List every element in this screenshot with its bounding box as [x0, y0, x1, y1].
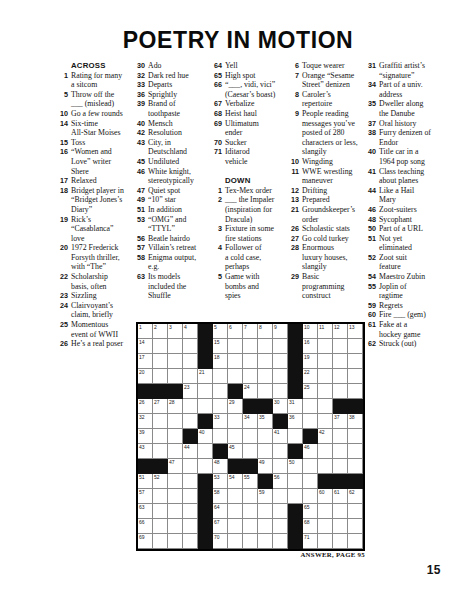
black-cell-r4c11 — [288, 369, 303, 384]
cell-r10c12[interactable] — [303, 459, 318, 474]
cell-r2c12[interactable]: 16 — [303, 339, 318, 354]
clue-text: Wingding — [302, 157, 361, 167]
clue-text: Title car in a 1964 pop song — [379, 147, 438, 166]
cell-r6c6[interactable] — [213, 399, 228, 414]
cell-r4c6[interactable] — [213, 369, 228, 384]
cell-r13c3[interactable] — [168, 504, 183, 519]
cell-r15c9[interactable] — [258, 534, 273, 549]
black-cell-r9c11 — [288, 444, 303, 459]
clue-across-42: 42Resolution — [132, 128, 207, 138]
cell-r14c10[interactable] — [273, 519, 288, 534]
clue-number: 53 — [132, 215, 148, 234]
cell-r7c14[interactable]: 37 — [333, 414, 348, 429]
cell-r11c11[interactable] — [288, 474, 303, 489]
black-cell-r11c15 — [348, 474, 363, 489]
cell-number: 58 — [214, 489, 220, 495]
cell-r3c1[interactable]: 17 — [138, 354, 153, 369]
cell-r11c2[interactable]: 52 — [153, 474, 168, 489]
cell-r7c9[interactable]: 35 — [258, 414, 273, 429]
clue-across-66: 66“___, vidi, vici” (Caesar’s boast) — [209, 80, 284, 99]
cell-r1c3[interactable]: 3 — [168, 324, 183, 339]
cell-number: 5 — [214, 324, 217, 330]
cell-number: 47 — [169, 459, 175, 465]
clue-text: Departs — [148, 80, 207, 90]
cell-number: 63 — [139, 504, 145, 510]
cell-r14c14[interactable] — [333, 519, 348, 534]
cell-r4c10[interactable] — [273, 369, 288, 384]
cell-r9c1[interactable]: 43 — [138, 444, 153, 459]
cell-r13c13[interactable] — [318, 504, 333, 519]
cell-r3c7[interactable] — [228, 354, 243, 369]
cell-r4c4[interactable] — [183, 369, 198, 384]
clue-down-41: 41Class teaching about planes — [363, 167, 438, 186]
cell-r7c15[interactable]: 38 — [348, 414, 363, 429]
clue-number: 16 — [55, 147, 71, 176]
cell-r10c4[interactable] — [183, 459, 198, 474]
clue-text: Rick’s “Casablanca” love — [71, 215, 130, 244]
cell-number: 62 — [349, 489, 355, 495]
cell-r5c10[interactable] — [273, 384, 288, 399]
clue-down-1: 1Tex-Mex order — [209, 186, 284, 196]
cell-r9c14[interactable] — [333, 444, 348, 459]
cell-r15c10[interactable] — [273, 534, 288, 549]
clue-across-22: 22Scholarship basis, often — [55, 272, 130, 291]
cell-r12c2[interactable] — [153, 489, 168, 504]
cell-r13c6[interactable]: 64 — [213, 504, 228, 519]
clue-text: White knight, stereotypically — [148, 167, 207, 186]
cell-r15c3[interactable] — [168, 534, 183, 549]
cell-r11c6[interactable]: 53 — [213, 474, 228, 489]
cell-r6c10[interactable]: 30 — [273, 399, 288, 414]
cell-r2c4[interactable] — [183, 339, 198, 354]
black-cell-r11c9 — [258, 474, 273, 489]
clue-number: 67 — [209, 99, 225, 109]
cell-r6c7[interactable]: 29 — [228, 399, 243, 414]
cell-r13c9[interactable] — [258, 504, 273, 519]
clue-number: 13 — [286, 195, 302, 205]
cell-number: 17 — [139, 354, 145, 360]
clue-text: Graffiti artist’s “signature” — [379, 61, 438, 80]
clue-text: Ultimatum ender — [225, 119, 284, 138]
clue-number: 24 — [55, 301, 71, 320]
cell-r14c9[interactable] — [258, 519, 273, 534]
cell-r13c15[interactable] — [348, 504, 363, 519]
cell-r14c13[interactable] — [318, 519, 333, 534]
cell-r9c13[interactable] — [318, 444, 333, 459]
cell-r3c10[interactable] — [273, 354, 288, 369]
cell-r10c14[interactable] — [333, 459, 348, 474]
cell-r10c3[interactable]: 47 — [168, 459, 183, 474]
black-cell-r8c12 — [303, 429, 318, 444]
black-cell-r15c5 — [198, 534, 213, 549]
cell-number: 38 — [349, 414, 355, 420]
cell-r13c7[interactable] — [228, 504, 243, 519]
cell-r11c1[interactable]: 51 — [138, 474, 153, 489]
cell-r15c13[interactable] — [318, 534, 333, 549]
cell-number: 4 — [184, 324, 187, 330]
cell-r2c8[interactable] — [243, 339, 258, 354]
clue-number: 6 — [286, 61, 302, 71]
cell-number: 46 — [304, 444, 310, 450]
clue-down-34: 34Part of a univ. address — [363, 80, 438, 99]
cell-r7c4[interactable] — [183, 414, 198, 429]
clue-across-36: 36Sprightly — [132, 90, 207, 100]
cell-r3c8[interactable] — [243, 354, 258, 369]
cell-number: 59 — [259, 489, 265, 495]
cell-r6c13[interactable] — [318, 399, 333, 414]
cell-r1c2[interactable]: 2 — [153, 324, 168, 339]
clue-across-46: 46White knight, stereotypically — [132, 167, 207, 186]
cell-r5c8[interactable]: 24 — [243, 384, 258, 399]
cell-r10c6[interactable]: 48 — [213, 459, 228, 474]
clue-text: Maestro Zubin — [379, 272, 438, 282]
clue-down-40: 40Title car in a 1964 pop song — [363, 147, 438, 166]
cell-r9c2[interactable] — [153, 444, 168, 459]
clue-across-58: 58Enigma output, e.g. — [132, 253, 207, 272]
cell-r8c10[interactable]: 41 — [273, 429, 288, 444]
cell-r13c14[interactable] — [333, 504, 348, 519]
black-cell-r13c11 — [288, 504, 303, 519]
cell-r2c6[interactable]: 15 — [213, 339, 228, 354]
cell-r2c13[interactable] — [318, 339, 333, 354]
cell-r6c3[interactable]: 28 — [168, 399, 183, 414]
cell-r5c6[interactable] — [213, 384, 228, 399]
cell-r5c14[interactable] — [333, 384, 348, 399]
clue-across-24: 24Clairvoyant’s claim, briefly — [55, 301, 130, 320]
cell-r2c3[interactable] — [168, 339, 183, 354]
cell-r8c2[interactable] — [153, 429, 168, 444]
clue-number: 46 — [363, 205, 379, 215]
cell-r6c11[interactable]: 31 — [288, 399, 303, 414]
clue-down-29: 29Basic programming construct — [286, 272, 361, 301]
cell-r14c2[interactable] — [153, 519, 168, 534]
cell-r11c12[interactable] — [303, 474, 318, 489]
clue-number: 19 — [55, 215, 71, 244]
cell-r12c8[interactable] — [243, 489, 258, 504]
clue-down-28: 28Enormous luxury houses, slangily — [286, 243, 361, 272]
clue-text: Toque wearer — [302, 61, 361, 71]
cell-r3c3[interactable] — [168, 354, 183, 369]
cell-r3c6[interactable]: 18 — [213, 354, 228, 369]
cell-r9c7[interactable]: 45 — [228, 444, 243, 459]
cell-r7c8[interactable]: 34 — [243, 414, 258, 429]
cell-r10c15[interactable] — [348, 459, 363, 474]
clue-text: Heist haul — [225, 109, 284, 119]
clue-down-9: 9People reading messages you’ve posted o… — [286, 109, 361, 157]
cell-r1c7[interactable]: 6 — [228, 324, 243, 339]
cell-r12c14[interactable]: 61 — [333, 489, 348, 504]
cell-r15c15[interactable] — [348, 534, 363, 549]
cell-r9c15[interactable] — [348, 444, 363, 459]
cell-r2c10[interactable] — [273, 339, 288, 354]
cell-r2c14[interactable] — [333, 339, 348, 354]
cell-r8c11[interactable] — [288, 429, 303, 444]
cell-r2c2[interactable] — [153, 339, 168, 354]
clue-text: Zoot suit feature — [379, 253, 438, 272]
clue-text: People reading messages you’ve posted of… — [302, 109, 361, 157]
cell-r4c1[interactable]: 20 — [138, 369, 153, 384]
answer-note: ANSWER, PAGE 95 — [136, 551, 365, 558]
clue-down-51: 51Not yet eliminated — [363, 234, 438, 253]
cell-r11c7[interactable]: 54 — [228, 474, 243, 489]
cell-r8c13[interactable]: 42 — [318, 429, 333, 444]
cell-r11c4[interactable] — [183, 474, 198, 489]
cell-number: 57 — [139, 489, 145, 495]
cell-r12c11[interactable] — [288, 489, 303, 504]
clue-number: 32 — [132, 71, 148, 81]
cell-r8c1[interactable]: 39 — [138, 429, 153, 444]
cell-r14c8[interactable] — [243, 519, 258, 534]
page-number: 15 — [427, 563, 441, 577]
clue-number: 8 — [286, 90, 302, 109]
cell-r2c9[interactable] — [258, 339, 273, 354]
cell-r4c13[interactable] — [318, 369, 333, 384]
cell-r7c12[interactable] — [303, 414, 318, 429]
cell-number: 61 — [334, 489, 340, 495]
cell-r10c9[interactable]: 49 — [258, 459, 273, 474]
cell-r1c9[interactable]: 8 — [258, 324, 273, 339]
cell-number: 41 — [274, 429, 280, 435]
cell-r13c4[interactable] — [183, 504, 198, 519]
cell-r4c2[interactable] — [153, 369, 168, 384]
cell-r3c4[interactable] — [183, 354, 198, 369]
black-cell-r10c7 — [228, 459, 243, 474]
cell-r9c3[interactable] — [168, 444, 183, 459]
cell-r5c9[interactable] — [258, 384, 273, 399]
cell-number: 53 — [214, 474, 220, 480]
cell-r13c8[interactable] — [243, 504, 258, 519]
cell-number: 24 — [244, 384, 250, 390]
clue-number: 42 — [132, 128, 148, 138]
cell-r14c15[interactable] — [348, 519, 363, 534]
cell-r15c6[interactable]: 70 — [213, 534, 228, 549]
clue-text: Its models included the Shuffle — [148, 272, 207, 301]
cell-r11c8[interactable]: 55 — [243, 474, 258, 489]
cell-r15c2[interactable] — [153, 534, 168, 549]
cell-number: 10 — [304, 324, 310, 330]
cell-r8c3[interactable] — [168, 429, 183, 444]
cell-r14c3[interactable] — [168, 519, 183, 534]
cell-r3c13[interactable] — [318, 354, 333, 369]
clue-text: Fake at a hockey game — [379, 320, 438, 339]
cell-r6c12[interactable] — [303, 399, 318, 414]
cell-number: 7 — [244, 324, 247, 330]
clue-number: 30 — [132, 61, 148, 71]
black-cell-r15c11 — [288, 534, 303, 549]
cell-r14c4[interactable] — [183, 519, 198, 534]
cell-r5c4[interactable]: 23 — [183, 384, 198, 399]
cell-r7c7[interactable] — [228, 414, 243, 429]
black-cell-r10c8 — [243, 459, 258, 474]
black-cell-r5c2 — [153, 384, 168, 399]
clue-text: Follower of a cold case, perhaps — [225, 243, 284, 272]
cell-r6c4[interactable] — [183, 399, 198, 414]
cell-r10c5[interactable] — [198, 459, 213, 474]
cell-r8c8[interactable] — [243, 429, 258, 444]
cell-r12c9[interactable]: 59 — [258, 489, 273, 504]
cell-r12c15[interactable]: 62 — [348, 489, 363, 504]
cell-r15c1[interactable]: 69 — [138, 534, 153, 549]
cell-r13c1[interactable]: 63 — [138, 504, 153, 519]
cell-r14c12[interactable]: 68 — [303, 519, 318, 534]
clue-text: Dweller along the Danube — [379, 99, 438, 118]
cell-r7c3[interactable] — [168, 414, 183, 429]
cell-r1c13[interactable]: 11 — [318, 324, 333, 339]
cell-r7c6[interactable]: 33 — [213, 414, 228, 429]
cell-r3c14[interactable] — [333, 354, 348, 369]
cell-r15c12[interactable]: 71 — [303, 534, 318, 549]
cell-r3c15[interactable] — [348, 354, 363, 369]
clue-number: 5 — [55, 90, 71, 109]
cell-r6c5[interactable] — [198, 399, 213, 414]
black-cell-r2c5 — [198, 339, 213, 354]
cell-r12c6[interactable]: 58 — [213, 489, 228, 504]
cell-r5c13[interactable] — [318, 384, 333, 399]
cell-r3c9[interactable] — [258, 354, 273, 369]
cell-r8c14[interactable] — [333, 429, 348, 444]
cell-r9c9[interactable] — [258, 444, 273, 459]
cell-r15c4[interactable] — [183, 534, 198, 549]
black-cell-r9c6 — [213, 444, 228, 459]
cell-r8c7[interactable] — [228, 429, 243, 444]
clue-down-13: 13Prepared — [286, 195, 361, 205]
cell-r2c15[interactable] — [348, 339, 363, 354]
cell-r1c14[interactable]: 12 — [333, 324, 348, 339]
clue-text: Verbalize — [225, 99, 284, 109]
cell-r12c3[interactable] — [168, 489, 183, 504]
cell-r7c1[interactable]: 32 — [138, 414, 153, 429]
cell-r4c5[interactable]: 21 — [198, 369, 213, 384]
cell-number: 66 — [139, 519, 145, 525]
cell-r8c6[interactable] — [213, 429, 228, 444]
cell-r12c12[interactable] — [303, 489, 318, 504]
cell-r2c7[interactable] — [228, 339, 243, 354]
cell-r8c9[interactable] — [258, 429, 273, 444]
cell-r13c10[interactable] — [273, 504, 288, 519]
cell-r3c2[interactable] — [153, 354, 168, 369]
cell-number: 70 — [214, 534, 220, 540]
cell-r12c7[interactable] — [228, 489, 243, 504]
cell-r8c5[interactable]: 40 — [198, 429, 213, 444]
cell-r4c3[interactable] — [168, 369, 183, 384]
clue-across-17: 17Relaxed — [55, 176, 130, 186]
cell-r14c1[interactable]: 66 — [138, 519, 153, 534]
cell-r4c7[interactable] — [228, 369, 243, 384]
crossword-page: { "game": "crossword", "title": "POETRY … — [0, 0, 476, 595]
cell-r9c12[interactable]: 46 — [303, 444, 318, 459]
clue-number: 11 — [286, 167, 302, 186]
cell-r1c12[interactable]: 10 — [303, 324, 318, 339]
cell-r1c15[interactable]: 13 — [348, 324, 363, 339]
cell-r9c4[interactable]: 44 — [183, 444, 198, 459]
cell-r11c10[interactable]: 56 — [273, 474, 288, 489]
clue-number: 40 — [363, 147, 379, 166]
cell-r14c6[interactable]: 67 — [213, 519, 228, 534]
cell-r7c13[interactable] — [318, 414, 333, 429]
cell-r10c11[interactable]: 50 — [288, 459, 303, 474]
cell-r9c8[interactable] — [243, 444, 258, 459]
cell-r1c6[interactable]: 5 — [213, 324, 228, 339]
cell-r15c14[interactable] — [333, 534, 348, 549]
black-cell-r6c9 — [258, 399, 273, 414]
clue-text: Rating for many a sitcom — [71, 71, 130, 90]
cell-r4c15[interactable] — [348, 369, 363, 384]
black-cell-r3c5 — [198, 354, 213, 369]
cell-r8c15[interactable] — [348, 429, 363, 444]
cell-r9c10[interactable] — [273, 444, 288, 459]
cell-r2c1[interactable]: 14 — [138, 339, 153, 354]
clue-down-54: 54Maestro Zubin — [363, 272, 438, 282]
clue-text: Orange “Sesame Street” denizen — [302, 71, 361, 90]
cell-r12c13[interactable]: 60 — [318, 489, 333, 504]
cell-r12c4[interactable] — [183, 489, 198, 504]
cell-number: 49 — [259, 459, 265, 465]
clue-across-57: 57Villain’s retreat — [132, 243, 207, 253]
cell-r10c10[interactable] — [273, 459, 288, 474]
cell-r15c7[interactable] — [228, 534, 243, 549]
black-cell-r11c13 — [318, 474, 333, 489]
clue-across-49: 49“10” star — [132, 195, 207, 205]
cell-r1c10[interactable]: 9 — [273, 324, 288, 339]
clue-number: 34 — [363, 80, 379, 99]
cell-r6c1[interactable]: 26 — [138, 399, 153, 414]
clue-number: 62 — [363, 339, 379, 349]
cell-number: 69 — [139, 534, 145, 540]
cell-r12c10[interactable] — [273, 489, 288, 504]
cell-number: 52 — [154, 474, 160, 480]
cell-r1c8[interactable]: 7 — [243, 324, 258, 339]
clue-down-37: 37Oral history — [363, 119, 438, 129]
cell-r5c15[interactable] — [348, 384, 363, 399]
cell-r10c13[interactable] — [318, 459, 333, 474]
cell-r4c8[interactable] — [243, 369, 258, 384]
clue-across-47: 47Quiet spot — [132, 186, 207, 196]
cell-r3c12[interactable]: 19 — [303, 354, 318, 369]
cell-number: 13 — [349, 324, 355, 330]
cell-r4c9[interactable] — [258, 369, 273, 384]
cell-number: 12 — [334, 324, 340, 330]
cell-r13c2[interactable] — [153, 504, 168, 519]
cell-r4c12[interactable]: 22 — [303, 369, 318, 384]
cell-r1c4[interactable]: 4 — [183, 324, 198, 339]
cell-r1c1[interactable]: 1 — [138, 324, 153, 339]
clue-number: 49 — [132, 195, 148, 205]
cell-r6c2[interactable]: 27 — [153, 399, 168, 414]
black-cell-r5c7 — [228, 384, 243, 399]
clue-text: Class teaching about planes — [379, 167, 438, 186]
cell-r5c5[interactable] — [198, 384, 213, 399]
clue-number: 58 — [132, 253, 148, 272]
cell-number: 29 — [229, 399, 235, 405]
cell-r12c1[interactable]: 57 — [138, 489, 153, 504]
clue-text: 1972 Frederick Forsyth thriller, with “T… — [71, 243, 130, 272]
cell-r7c11[interactable]: 36 — [288, 414, 303, 429]
cell-r5c12[interactable]: 25 — [303, 384, 318, 399]
cell-r11c3[interactable] — [168, 474, 183, 489]
cell-r13c12[interactable]: 65 — [303, 504, 318, 519]
clue-across-70: 70Sucker — [209, 138, 284, 148]
clue-number: 1 — [55, 71, 71, 90]
clue-across-23: 23Sizzling — [55, 291, 130, 301]
cell-r15c8[interactable] — [243, 534, 258, 549]
clue-text: Relaxed — [71, 176, 130, 186]
cell-r14c7[interactable] — [228, 519, 243, 534]
cell-r4c14[interactable] — [333, 369, 348, 384]
clue-down-12: 12Drifting — [286, 186, 361, 196]
cell-r9c5[interactable] — [198, 444, 213, 459]
cell-number: 1 — [139, 324, 142, 330]
cell-r7c2[interactable] — [153, 414, 168, 429]
